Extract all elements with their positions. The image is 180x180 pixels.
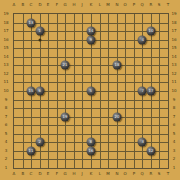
board-cell (125, 23, 134, 32)
board-cell (117, 142, 126, 151)
move-number: 21 (63, 63, 68, 67)
board-cell (65, 100, 74, 109)
board-cell (48, 40, 57, 49)
board-cell (91, 57, 100, 66)
board-cell (100, 100, 109, 109)
board-cell (159, 82, 168, 91)
board-cell (100, 134, 109, 143)
board-cell (91, 108, 100, 117)
board-cell (23, 100, 32, 109)
board-cell (14, 57, 23, 66)
row-label-left-5: 5 (5, 132, 8, 136)
board-cell (100, 31, 109, 40)
board-cell (48, 48, 57, 57)
col-label-bottom-C: C (30, 172, 33, 176)
board-cell (117, 31, 126, 40)
board-grid[interactable]: 123456789101112131415161718192021 (13, 13, 169, 169)
stone-K16[interactable]: 9 (87, 35, 96, 44)
board-cell (159, 57, 168, 66)
row-label-left-17: 17 (3, 29, 8, 33)
board-cell (117, 100, 126, 109)
board-cell (151, 65, 160, 74)
board-cell (48, 57, 57, 66)
board-cell (40, 108, 49, 117)
board-cell (48, 74, 57, 83)
board-cell (151, 108, 160, 117)
row-label-right-7: 7 (173, 115, 176, 119)
row-label-right-12: 12 (171, 72, 176, 76)
move-number: 4 (141, 38, 143, 42)
col-label-bottom-T: T (167, 172, 169, 176)
col-label-bottom-G: G (64, 172, 67, 176)
row-label-left-6: 6 (5, 123, 8, 127)
row-label-right-6: 6 (173, 123, 176, 127)
board-cell (100, 74, 109, 83)
move-number: 20 (114, 115, 119, 119)
col-label-bottom-S: S (158, 172, 161, 176)
col-label-bottom-N: N (115, 172, 118, 176)
row-label-right-18: 18 (171, 21, 176, 25)
board-cell (125, 142, 134, 151)
board-cell (14, 125, 23, 134)
stone-G13[interactable]: 21 (61, 61, 70, 70)
col-label-bottom-Q: Q (141, 172, 144, 176)
board-cell (125, 117, 134, 126)
board-cell (134, 23, 143, 32)
board-cell (40, 100, 49, 109)
board-cell (108, 23, 117, 32)
board-cell (91, 74, 100, 83)
board-cell (23, 65, 32, 74)
row-label-left-15: 15 (3, 46, 8, 50)
board-cell (48, 23, 57, 32)
board-cell (31, 48, 40, 57)
board-cell (57, 40, 66, 49)
move-number: 5 (90, 89, 92, 93)
board-cell (125, 40, 134, 49)
board-cell (108, 31, 117, 40)
row-label-right-15: 15 (171, 46, 176, 50)
row-label-left-13: 13 (3, 63, 8, 67)
col-label-top-R: R (149, 3, 152, 7)
board-cell (117, 125, 126, 134)
board-cell (125, 65, 134, 74)
board-cell (91, 117, 100, 126)
board-cell (57, 125, 66, 134)
board-cell (117, 40, 126, 49)
board-cell (134, 65, 143, 74)
board-cell (31, 74, 40, 83)
board-cell (74, 159, 83, 168)
board-cell (31, 108, 40, 117)
board-cell (159, 142, 168, 151)
board-cell (82, 74, 91, 83)
board-cell (134, 100, 143, 109)
move-number: 13 (29, 21, 34, 25)
col-label-top-F: F (56, 3, 58, 7)
board-cell (151, 125, 160, 134)
board-cell (108, 125, 117, 134)
board-cell (23, 125, 32, 134)
board-cell (117, 23, 126, 32)
row-label-left-2: 2 (5, 157, 8, 161)
board-cell (65, 134, 74, 143)
row-label-left-3: 3 (5, 149, 8, 153)
move-number: 1 (38, 29, 40, 33)
stone-R10[interactable]: 17 (146, 87, 155, 96)
board-cell (142, 108, 151, 117)
board-cell (134, 159, 143, 168)
board-cell (159, 14, 168, 23)
board-cell (125, 151, 134, 160)
board-cell (40, 14, 49, 23)
board-cell (142, 117, 151, 126)
row-label-right-2: 2 (173, 157, 176, 161)
board-cell (40, 151, 49, 160)
row-label-right-8: 8 (173, 106, 176, 110)
board-cell (142, 48, 151, 57)
col-label-top-G: G (64, 3, 67, 7)
row-label-right-9: 9 (173, 98, 176, 102)
board-cell (14, 74, 23, 83)
board-cell (134, 125, 143, 134)
board-cell (108, 48, 117, 57)
board-cell (151, 57, 160, 66)
board-cell (134, 117, 143, 126)
board-cell (14, 142, 23, 151)
board-cell (23, 48, 32, 57)
col-label-bottom-M: M (106, 172, 110, 176)
board-cell (14, 159, 23, 168)
board-cell (48, 151, 57, 160)
board-cell (74, 31, 83, 40)
board-cell (117, 82, 126, 91)
board-cell (14, 91, 23, 100)
board-cell (91, 159, 100, 168)
board-cell (65, 159, 74, 168)
board-cell (151, 117, 160, 126)
row-label-left-7: 7 (5, 115, 8, 119)
board-cell (40, 125, 49, 134)
board-cell (31, 100, 40, 109)
board-cell (40, 40, 49, 49)
row-label-left-1: 1 (5, 166, 8, 170)
board-cell (74, 23, 83, 32)
board-cell (82, 48, 91, 57)
board-cell (57, 23, 66, 32)
board-cell (82, 159, 91, 168)
board-cell (117, 134, 126, 143)
col-label-top-P: P (133, 3, 135, 7)
col-label-bottom-L: L (98, 172, 100, 176)
board-cell (23, 57, 32, 66)
row-label-right-5: 5 (173, 132, 176, 136)
board-cell (125, 14, 134, 23)
move-number: 6 (38, 89, 40, 93)
board-cell (40, 57, 49, 66)
board-cell (65, 82, 74, 91)
stone-Q4[interactable]: 3 (138, 138, 147, 147)
board-cell (91, 65, 100, 74)
col-label-bottom-F: F (56, 172, 58, 176)
col-label-bottom-A: A (13, 172, 16, 176)
board-cell (100, 65, 109, 74)
board-cell (108, 82, 117, 91)
stone-N7[interactable]: 20 (112, 112, 121, 121)
stone-Q16[interactable]: 4 (138, 35, 147, 44)
board-cell (14, 108, 23, 117)
board-cell (40, 159, 49, 168)
board-cell (151, 48, 160, 57)
board-cell (125, 74, 134, 83)
col-label-top-Q: Q (141, 3, 144, 7)
board-cell (125, 108, 134, 117)
board-cell (74, 74, 83, 83)
board-cell (48, 91, 57, 100)
board-cell (142, 125, 151, 134)
col-label-top-J: J (82, 3, 83, 7)
board-cell (48, 117, 57, 126)
board-cell (14, 23, 23, 32)
board-cell (125, 125, 134, 134)
row-label-right-11: 11 (171, 80, 176, 84)
col-label-top-B: B (21, 3, 24, 7)
board-cell (74, 142, 83, 151)
stone-C18[interactable]: 13 (27, 18, 36, 27)
board-cell (74, 151, 83, 160)
board-cell (57, 142, 66, 151)
col-label-top-M: M (106, 3, 110, 7)
board-cell (159, 40, 168, 49)
board-cell (48, 142, 57, 151)
board-cell (74, 100, 83, 109)
move-number: 2 (38, 140, 40, 144)
col-label-bottom-D: D (38, 172, 41, 176)
row-label-left-16: 16 (3, 38, 8, 42)
col-label-top-T: T (167, 3, 169, 7)
board-cell (108, 134, 117, 143)
board-cell (134, 151, 143, 160)
move-number: 17 (148, 89, 153, 93)
board-cell (57, 14, 66, 23)
board-cell (151, 100, 160, 109)
stone-D17[interactable]: 1 (35, 27, 44, 36)
board-cell (142, 74, 151, 83)
board-cell (100, 23, 109, 32)
board-cell (159, 134, 168, 143)
row-label-left-18: 18 (3, 21, 8, 25)
board-cell (82, 100, 91, 109)
board-cell (117, 151, 126, 160)
col-label-bottom-O: O (124, 172, 127, 176)
stone-D4[interactable]: 2 (35, 138, 44, 147)
board-cell (82, 125, 91, 134)
board-cell (74, 82, 83, 91)
board-cell (134, 14, 143, 23)
move-number: 8 (90, 140, 92, 144)
board-cell (142, 57, 151, 66)
board-cell (100, 91, 109, 100)
board-cell (82, 108, 91, 117)
board-cell (14, 65, 23, 74)
board-cell (40, 48, 49, 57)
col-label-bottom-K: K (90, 172, 93, 176)
board-cell (108, 159, 117, 168)
move-number: 18 (114, 63, 119, 67)
col-label-top-C: C (30, 3, 33, 7)
board-cell (134, 74, 143, 83)
row-label-right-3: 3 (173, 149, 176, 153)
stone-N13[interactable]: 18 (112, 61, 121, 70)
stone-G7[interactable]: 19 (61, 112, 70, 121)
stone-K10[interactable]: 5 (87, 87, 96, 96)
board-cell (65, 23, 74, 32)
board-cell (151, 14, 160, 23)
row-label-right-4: 4 (173, 140, 176, 144)
board-cell (151, 159, 160, 168)
board-cell (14, 151, 23, 160)
board-cell (48, 82, 57, 91)
board-cell (74, 65, 83, 74)
stone-R3[interactable]: 12 (146, 146, 155, 155)
board-cell (108, 100, 117, 109)
move-number: 15 (29, 89, 34, 93)
board-cell (74, 48, 83, 57)
board-cell (48, 108, 57, 117)
board-cell (125, 48, 134, 57)
board-cell (159, 117, 168, 126)
move-number: 14 (89, 29, 94, 33)
col-label-top-O: O (124, 3, 127, 7)
board-cell (48, 31, 57, 40)
board-cell (74, 91, 83, 100)
board-cell (125, 91, 134, 100)
board-cell (74, 134, 83, 143)
move-number: 16 (89, 149, 94, 153)
row-label-left-11: 11 (3, 80, 8, 84)
board-cell (82, 14, 91, 23)
col-label-bottom-R: R (149, 172, 152, 176)
board-cell (100, 48, 109, 57)
row-label-right-14: 14 (171, 55, 176, 59)
stone-R17[interactable]: 10 (146, 27, 155, 36)
board-cell (151, 134, 160, 143)
board-cell (159, 74, 168, 83)
board-cell (57, 159, 66, 168)
board-cell (74, 57, 83, 66)
board-cell (23, 31, 32, 40)
board-cell (100, 117, 109, 126)
stone-C10[interactable]: 15 (27, 87, 36, 96)
board-cell (57, 82, 66, 91)
row-label-left-4: 4 (5, 140, 8, 144)
move-number: 10 (148, 29, 153, 33)
col-label-top-A: A (13, 3, 16, 7)
board-cell (57, 74, 66, 83)
board-cell (159, 91, 168, 100)
board-cell (40, 65, 49, 74)
board-cell (100, 14, 109, 23)
row-label-left-12: 12 (3, 72, 8, 76)
board-cell (65, 151, 74, 160)
col-label-top-N: N (115, 3, 118, 7)
row-label-right-17: 17 (171, 29, 176, 33)
board-cell (142, 159, 151, 168)
stone-K17[interactable]: 14 (87, 27, 96, 36)
board-cell (100, 57, 109, 66)
board-cell (100, 40, 109, 49)
board-cell (125, 100, 134, 109)
board-cell (108, 142, 117, 151)
board-cell (65, 31, 74, 40)
board-cell (14, 31, 23, 40)
board-cell (159, 23, 168, 32)
board-cell (151, 40, 160, 49)
board-cell (100, 159, 109, 168)
board-cell (74, 117, 83, 126)
board-cell (14, 134, 23, 143)
board-cell (100, 151, 109, 160)
board-cell (23, 134, 32, 143)
board-cell (57, 31, 66, 40)
board-cell (48, 14, 57, 23)
board-cell (74, 125, 83, 134)
board-cell (57, 151, 66, 160)
stone-D10[interactable]: 6 (35, 87, 44, 96)
board-cell (65, 142, 74, 151)
col-label-bottom-E: E (47, 172, 50, 176)
board-cell (108, 151, 117, 160)
board-cell (65, 48, 74, 57)
board-cell (14, 14, 23, 23)
stone-K3[interactable]: 16 (87, 146, 96, 155)
board-cell (117, 159, 126, 168)
col-label-bottom-J: J (82, 172, 83, 176)
stone-C3[interactable]: 11 (27, 146, 36, 155)
board-cell (142, 65, 151, 74)
col-label-bottom-H: H (72, 172, 75, 176)
col-label-top-E: E (47, 3, 50, 7)
board-cell (14, 40, 23, 49)
row-label-left-10: 10 (3, 89, 8, 93)
move-number: 12 (148, 149, 153, 153)
board-cell (108, 91, 117, 100)
row-label-left-14: 14 (3, 55, 8, 59)
board-cell (23, 159, 32, 168)
board-cell (108, 14, 117, 23)
board-cell (134, 57, 143, 66)
board-cell (159, 125, 168, 134)
board-cell (57, 134, 66, 143)
board-cell (14, 117, 23, 126)
board-cell (134, 48, 143, 57)
go-board[interactable]: 123456789101112131415161718192021 AABBCC… (0, 0, 180, 180)
col-label-top-S: S (158, 3, 161, 7)
board-cell (31, 57, 40, 66)
col-label-top-H: H (72, 3, 75, 7)
board-cell (31, 117, 40, 126)
board-cell (159, 48, 168, 57)
row-label-left-19: 19 (3, 12, 8, 16)
board-cell (117, 14, 126, 23)
board-cell (74, 14, 83, 23)
board-cell (31, 125, 40, 134)
board-cell (91, 14, 100, 23)
board-cell (82, 117, 91, 126)
board-cell (159, 31, 168, 40)
board-cell (65, 74, 74, 83)
row-label-right-10: 10 (171, 89, 176, 93)
